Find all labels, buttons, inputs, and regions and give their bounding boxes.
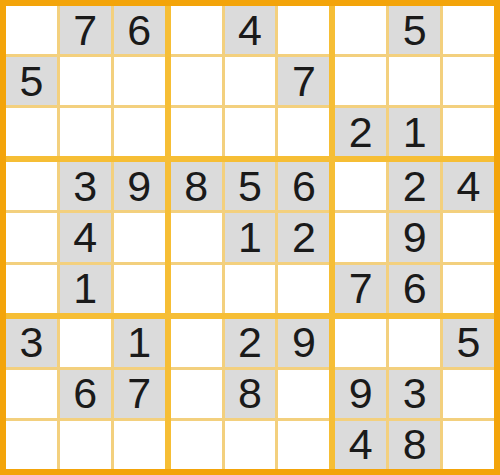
block-0: 765 [6,6,165,156]
cell-r1c5: 4 [225,6,276,54]
cell-r5c4[interactable] [171,213,222,261]
cell-r8c7: 9 [335,370,386,418]
cell-r6c1[interactable] [6,265,57,313]
cell-r6c6[interactable] [278,265,329,313]
cell-r8c1[interactable] [6,370,57,418]
cell-r6c2: 1 [60,265,111,313]
cell-r1c4[interactable] [171,6,222,54]
cell-r8c5: 8 [225,370,276,418]
cell-r4c2: 3 [60,162,111,210]
cell-r3c9[interactable] [443,108,494,156]
cell-r3c5[interactable] [225,108,276,156]
cell-r8c6[interactable] [278,370,329,418]
cell-r5c2: 4 [60,213,111,261]
cell-r7c1: 3 [6,319,57,367]
cell-r7c9: 5 [443,319,494,367]
cell-r7c6: 9 [278,319,329,367]
cell-r4c8: 2 [389,162,440,210]
cell-r9c6[interactable] [278,421,329,469]
cell-r2c1: 5 [6,57,57,105]
cell-r8c2: 6 [60,370,111,418]
cell-r7c5: 2 [225,319,276,367]
cell-r3c6[interactable] [278,108,329,156]
cell-r1c3: 6 [114,6,165,54]
cell-r1c2: 7 [60,6,111,54]
cell-r7c4[interactable] [171,319,222,367]
cell-r2c7[interactable] [335,57,386,105]
cell-r2c2[interactable] [60,57,111,105]
cell-r8c9[interactable] [443,370,494,418]
cell-r9c3[interactable] [114,421,165,469]
cell-r6c5[interactable] [225,265,276,313]
cell-r6c8: 6 [389,265,440,313]
cell-r5c7[interactable] [335,213,386,261]
block-6: 3167 [6,319,165,469]
cell-r9c4[interactable] [171,421,222,469]
cell-r1c7[interactable] [335,6,386,54]
cell-r4c5: 5 [225,162,276,210]
cell-r3c3[interactable] [114,108,165,156]
cell-r9c5[interactable] [225,421,276,469]
cell-r2c8[interactable] [389,57,440,105]
cell-r8c8: 3 [389,370,440,418]
cell-r2c3[interactable] [114,57,165,105]
cell-r5c9[interactable] [443,213,494,261]
cell-r9c8: 8 [389,421,440,469]
cell-r4c9: 4 [443,162,494,210]
cell-r9c7: 4 [335,421,386,469]
block-4: 85612 [171,162,330,312]
block-8: 59348 [335,319,494,469]
cell-r4c6: 6 [278,162,329,210]
cell-r5c5: 1 [225,213,276,261]
cell-r3c8: 1 [389,108,440,156]
cell-r6c3[interactable] [114,265,165,313]
cell-r5c6: 2 [278,213,329,261]
block-5: 24976 [335,162,494,312]
cell-r5c3[interactable] [114,213,165,261]
cell-r5c8: 9 [389,213,440,261]
cell-r4c7[interactable] [335,162,386,210]
block-2: 521 [335,6,494,156]
cell-r9c2[interactable] [60,421,111,469]
sudoku-board: 7654752139418561224976316729859348 [0,0,500,475]
block-7: 298 [171,319,330,469]
cell-r4c1[interactable] [6,162,57,210]
cell-r4c4: 8 [171,162,222,210]
cell-r3c7: 2 [335,108,386,156]
cell-r2c6: 7 [278,57,329,105]
block-3: 3941 [6,162,165,312]
cell-r2c4[interactable] [171,57,222,105]
cell-r4c3: 9 [114,162,165,210]
cell-r3c2[interactable] [60,108,111,156]
cell-r8c4[interactable] [171,370,222,418]
cell-r9c1[interactable] [6,421,57,469]
cell-r6c4[interactable] [171,265,222,313]
cell-r1c8: 5 [389,6,440,54]
cell-r5c1[interactable] [6,213,57,261]
cell-r7c3: 1 [114,319,165,367]
cell-r9c9[interactable] [443,421,494,469]
cell-r7c8[interactable] [389,319,440,367]
cell-r7c2[interactable] [60,319,111,367]
cell-r6c7: 7 [335,265,386,313]
cell-r2c5[interactable] [225,57,276,105]
cell-r3c4[interactable] [171,108,222,156]
cell-r1c9[interactable] [443,6,494,54]
cell-r7c7[interactable] [335,319,386,367]
cell-r8c3: 7 [114,370,165,418]
cell-r1c1[interactable] [6,6,57,54]
cell-r1c6[interactable] [278,6,329,54]
cell-r2c9[interactable] [443,57,494,105]
cell-r6c9[interactable] [443,265,494,313]
block-1: 47 [171,6,330,156]
cell-r3c1[interactable] [6,108,57,156]
